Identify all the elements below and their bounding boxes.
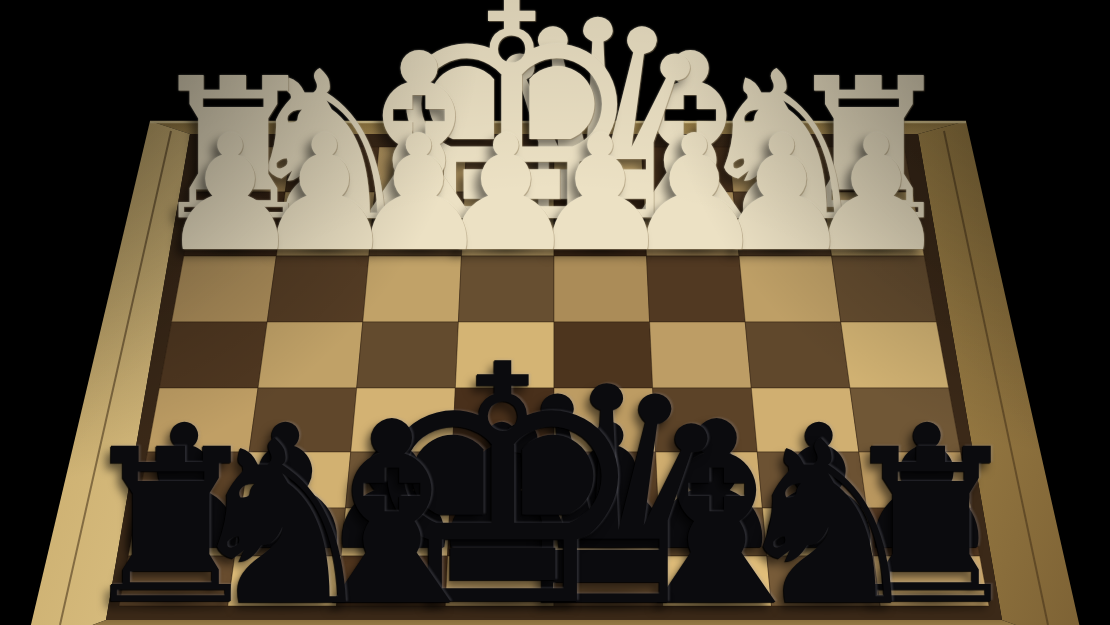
white-pawn-h2[interactable]: ♟ xyxy=(158,114,302,274)
pieces-layer: ♜♞♝♛♚♝♞♜♟♟♟♟♟♟♟♟♟♟♟♟♟♟♟♟♜♞♝♛♚♝♞♜ xyxy=(0,0,1110,625)
chess-photo-scene: ♜♞♝♛♚♝♞♜♟♟♟♟♟♟♟♟♟♟♟♟♟♟♟♟♜♞♝♛♚♝♞♜ xyxy=(0,0,1110,625)
black-rook-h8[interactable]: ♜ xyxy=(76,422,267,625)
